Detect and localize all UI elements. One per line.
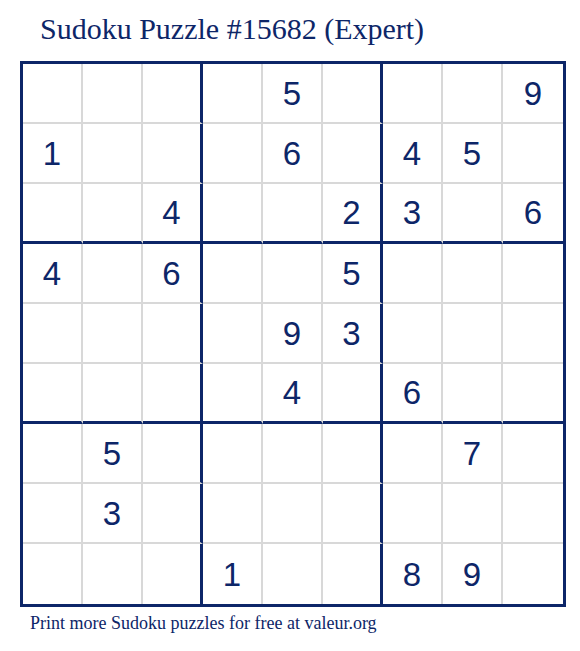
- sudoku-cell: [503, 544, 563, 604]
- sudoku-cell: 5: [83, 424, 143, 484]
- sudoku-cell: [503, 424, 563, 484]
- page-title: Sudoku Puzzle #15682 (Expert): [40, 12, 424, 46]
- sudoku-cell: 1: [203, 544, 263, 604]
- sudoku-cell: [443, 64, 503, 124]
- sudoku-cell: [503, 364, 563, 424]
- sudoku-cell: [323, 544, 383, 604]
- sudoku-cell: 5: [263, 64, 323, 124]
- sudoku-cell: 3: [83, 484, 143, 544]
- sudoku-cell: [203, 484, 263, 544]
- sudoku-cell: [143, 484, 203, 544]
- sudoku-board: 59164542364659346573189: [20, 61, 566, 607]
- sudoku-cell: [143, 424, 203, 484]
- sudoku-cell: [203, 304, 263, 364]
- sudoku-cell: [203, 244, 263, 304]
- sudoku-cell: 3: [383, 184, 443, 244]
- sudoku-cell: 9: [263, 304, 323, 364]
- sudoku-cell: [383, 244, 443, 304]
- sudoku-cell: [443, 184, 503, 244]
- sudoku-cell: [83, 184, 143, 244]
- sudoku-cell: [203, 364, 263, 424]
- sudoku-cell: [443, 484, 503, 544]
- sudoku-cell: 1: [23, 124, 83, 184]
- sudoku-cell: [83, 544, 143, 604]
- sudoku-cell: 6: [503, 184, 563, 244]
- sudoku-cell: [83, 244, 143, 304]
- sudoku-cell: [143, 544, 203, 604]
- sudoku-cell: 4: [263, 364, 323, 424]
- sudoku-cell: 9: [503, 64, 563, 124]
- sudoku-cell: [23, 304, 83, 364]
- sudoku-cell: [443, 304, 503, 364]
- sudoku-cell: [323, 484, 383, 544]
- sudoku-cell: [203, 424, 263, 484]
- sudoku-cell: [23, 184, 83, 244]
- sudoku-cell: [143, 124, 203, 184]
- sudoku-cell: [23, 64, 83, 124]
- sudoku-cell: [143, 364, 203, 424]
- footer-text: Print more Sudoku puzzles for free at va…: [30, 613, 377, 634]
- sudoku-cell: [203, 184, 263, 244]
- sudoku-cell: [383, 424, 443, 484]
- sudoku-cell: 4: [143, 184, 203, 244]
- sudoku-cell: [263, 484, 323, 544]
- sudoku-cell: 8: [383, 544, 443, 604]
- sudoku-cell: [263, 184, 323, 244]
- sudoku-cell: [443, 244, 503, 304]
- sudoku-cell: [323, 124, 383, 184]
- sudoku-cell: [203, 64, 263, 124]
- sudoku-cell: 5: [323, 244, 383, 304]
- sudoku-cell: 3: [323, 304, 383, 364]
- sudoku-cell: [23, 544, 83, 604]
- sudoku-cell: [443, 364, 503, 424]
- sudoku-cell: [23, 424, 83, 484]
- sudoku-cell: [323, 64, 383, 124]
- sudoku-cell: [503, 244, 563, 304]
- sudoku-cell: 5: [443, 124, 503, 184]
- sudoku-cell: [203, 124, 263, 184]
- sudoku-cell: [143, 304, 203, 364]
- sudoku-cell: [323, 424, 383, 484]
- sudoku-cell: [23, 484, 83, 544]
- sudoku-cell: 6: [263, 124, 323, 184]
- sudoku-cell: [383, 64, 443, 124]
- sudoku-cell: 4: [23, 244, 83, 304]
- sudoku-cell: [83, 364, 143, 424]
- sudoku-cell: 7: [443, 424, 503, 484]
- sudoku-cell: [503, 484, 563, 544]
- sudoku-cell: 2: [323, 184, 383, 244]
- sudoku-cell: [383, 304, 443, 364]
- sudoku-cell: 9: [443, 544, 503, 604]
- sudoku-cell: [143, 64, 203, 124]
- sudoku-cell: [83, 304, 143, 364]
- sudoku-cell: [323, 364, 383, 424]
- sudoku-cell: [383, 484, 443, 544]
- sudoku-cell: [503, 304, 563, 364]
- sudoku-cell: [23, 364, 83, 424]
- sudoku-cell: [263, 424, 323, 484]
- sudoku-cell: [263, 544, 323, 604]
- sudoku-cell: [83, 124, 143, 184]
- sudoku-cell: [503, 124, 563, 184]
- sudoku-cell: [83, 64, 143, 124]
- sudoku-cell: [263, 244, 323, 304]
- sudoku-cell: 6: [143, 244, 203, 304]
- sudoku-cell: 6: [383, 364, 443, 424]
- sudoku-cell: 4: [383, 124, 443, 184]
